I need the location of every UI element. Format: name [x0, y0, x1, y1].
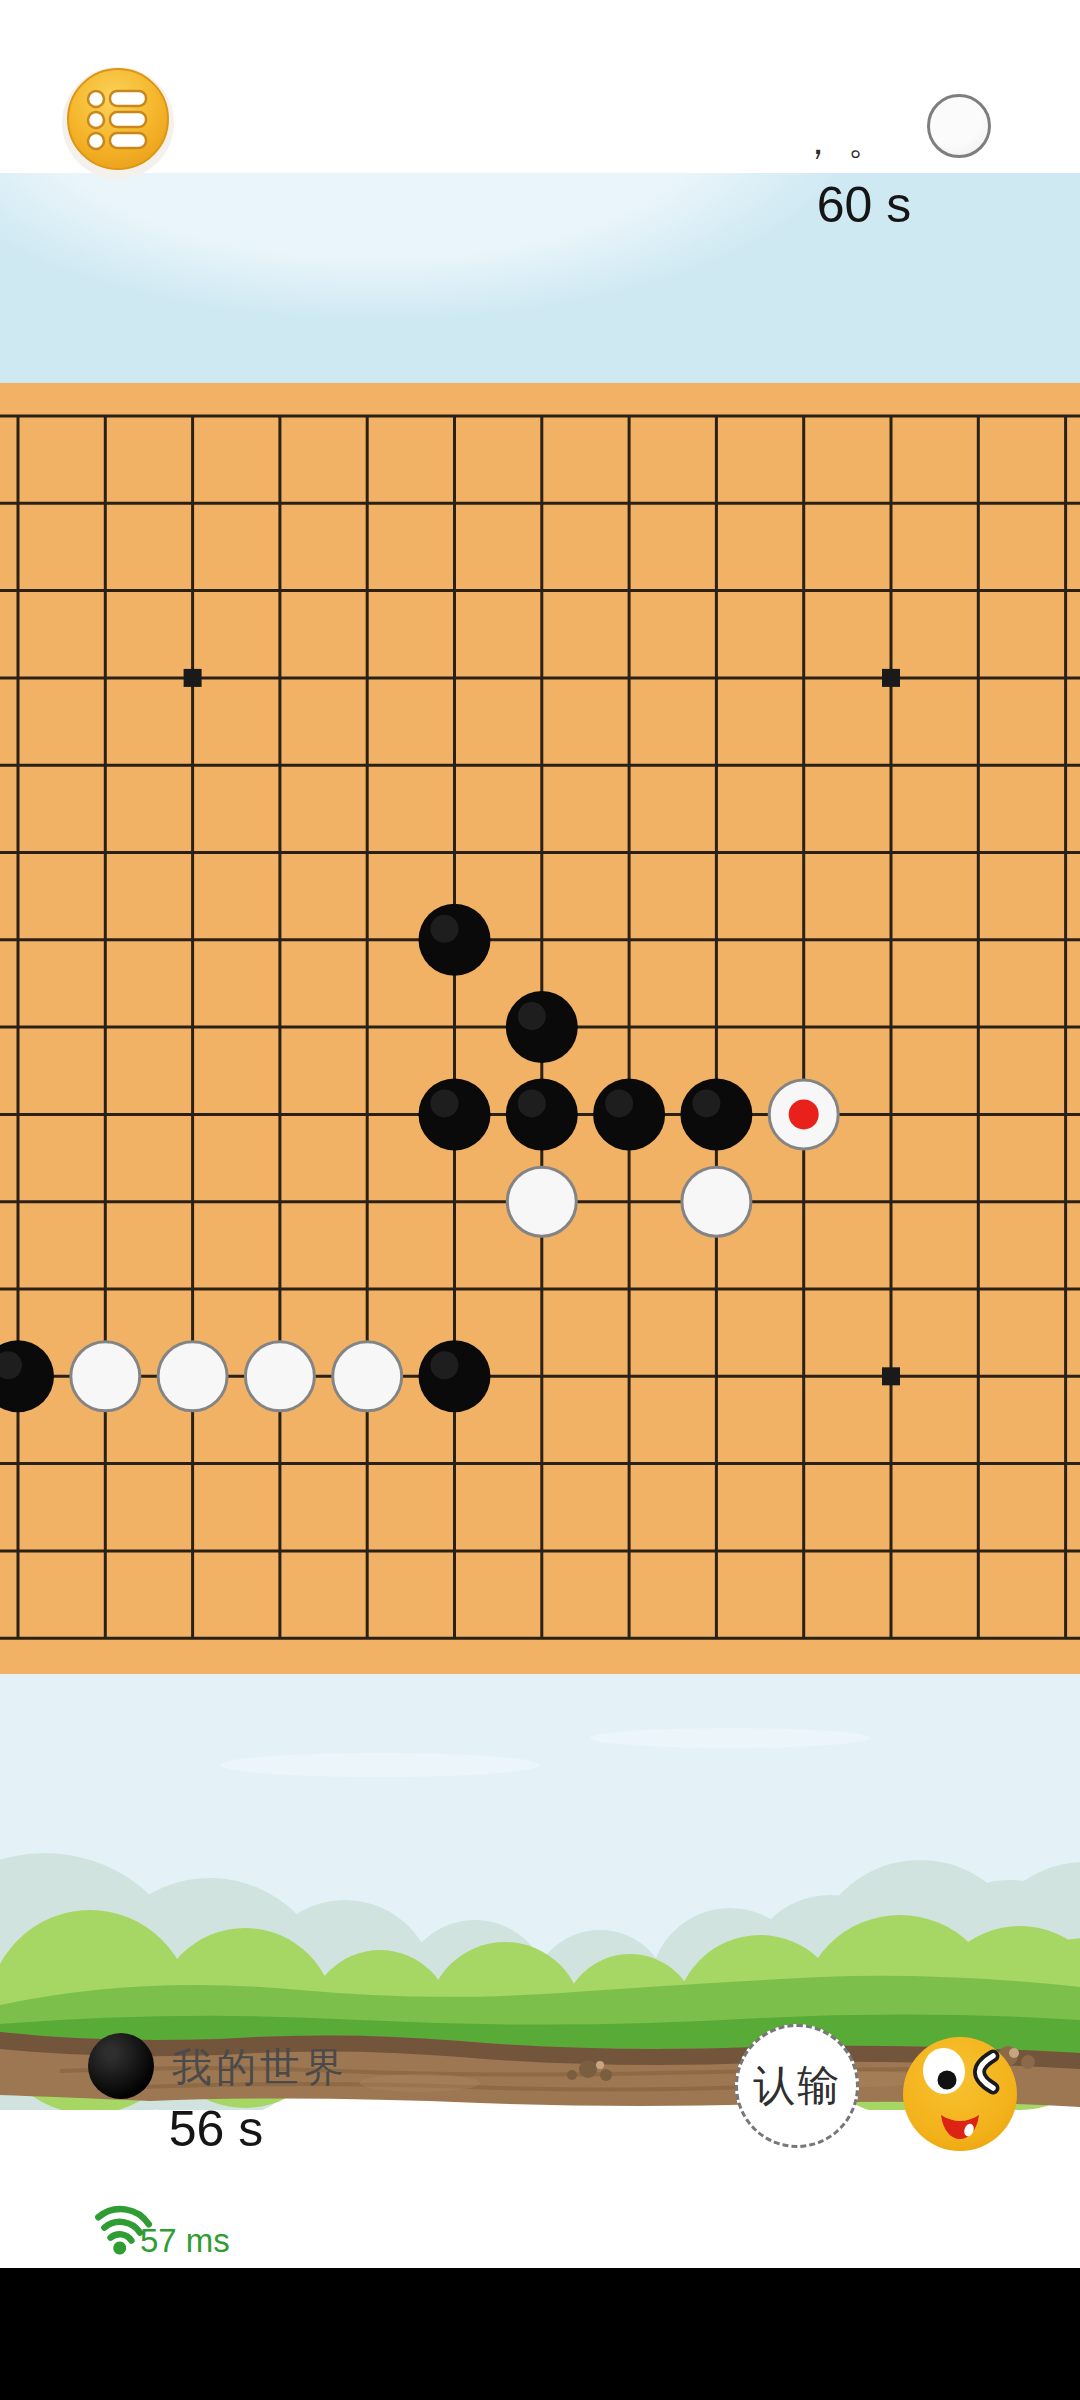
stone-white	[333, 1342, 402, 1411]
ping-label: 57 ms	[140, 2222, 230, 2260]
stone-black	[593, 1078, 665, 1150]
menu-list-icon	[58, 168, 178, 183]
stone-black	[506, 1078, 578, 1150]
stone-highlight	[431, 1351, 459, 1379]
bottom-system-bar	[0, 2268, 1080, 2400]
resign-button-label: 认输	[753, 2058, 841, 2114]
stone-highlight	[518, 1002, 546, 1030]
opponent-stone-indicator-white	[927, 94, 991, 158]
player-stone-avatar-black	[88, 2033, 154, 2099]
stone-highlight	[431, 1089, 459, 1117]
stone-black	[506, 991, 578, 1063]
star-point	[882, 1367, 900, 1385]
emoji-button[interactable]	[900, 2034, 1020, 2154]
stone-black	[419, 1340, 491, 1412]
star-point	[882, 669, 900, 687]
stone-white	[245, 1342, 314, 1411]
stone-white	[682, 1167, 751, 1236]
gomoku-board[interactable]	[0, 383, 1080, 1674]
menu-button[interactable]	[58, 60, 178, 180]
stone-highlight	[431, 915, 459, 943]
stone-black	[419, 904, 491, 976]
opponent-timer: 60 s	[764, 176, 964, 234]
stone-highlight	[605, 1089, 633, 1117]
last-move-marker	[789, 1099, 819, 1129]
stone-highlight	[692, 1089, 720, 1117]
stone-white	[507, 1167, 576, 1236]
stone-highlight	[518, 1089, 546, 1117]
stone-white	[158, 1342, 227, 1411]
resign-button[interactable]: 认输	[735, 2024, 859, 2148]
wink-tongue-emoji-icon	[900, 2142, 1020, 2157]
star-point	[184, 669, 202, 687]
player-timer: 56 s	[116, 2100, 316, 2158]
stone-black	[680, 1078, 752, 1150]
stone-black	[419, 1078, 491, 1150]
stone-white	[71, 1342, 140, 1411]
player-name: 我的世界	[172, 2044, 348, 2090]
